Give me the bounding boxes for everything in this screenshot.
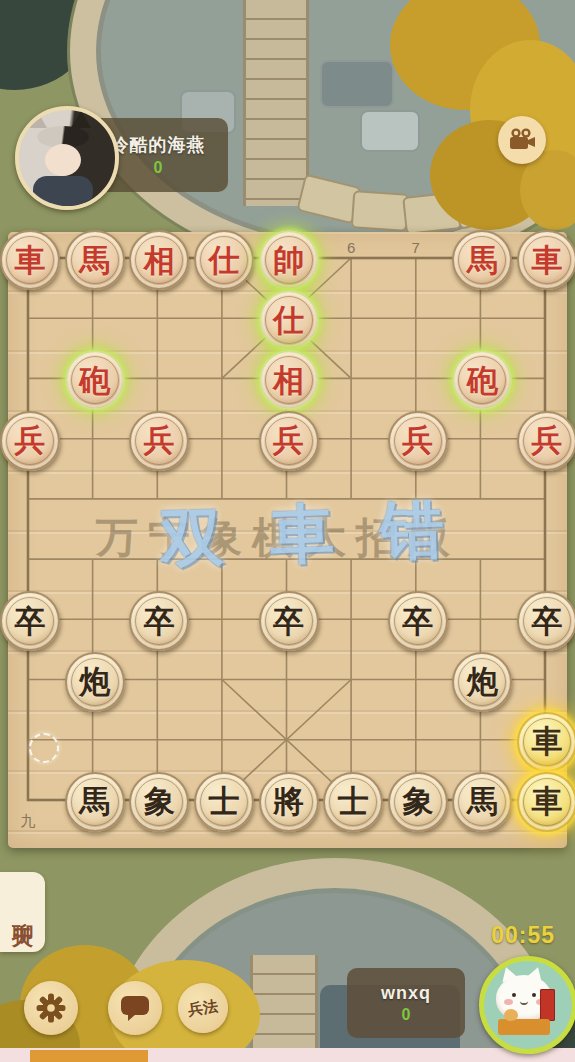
piece-glyph: 仕: [208, 245, 239, 276]
piece-glyph: 卒: [273, 606, 304, 637]
piece-glyph: 象: [144, 786, 175, 817]
piece-glyph: 象: [402, 786, 433, 817]
piece-glyph: 馬: [79, 786, 110, 817]
piece-red-elephant-e2[interactable]: 相: [259, 350, 319, 410]
bottom-player-name: wnxq: [381, 983, 431, 1004]
piece-glyph: 馬: [467, 245, 498, 276]
piece-glyph: 車: [532, 245, 563, 276]
piece-glyph: 兵: [402, 425, 433, 456]
brick-path-bottom: [250, 955, 318, 1062]
piece-black-cannon-b7[interactable]: 炮: [65, 652, 125, 712]
piece-red-horse-b0[interactable]: 馬: [65, 230, 125, 290]
piece-red-soldier-c3[interactable]: 兵: [129, 411, 189, 471]
piece-black-advisor-d9[interactable]: 士: [194, 772, 254, 832]
piece-red-chariot-a0[interactable]: 車: [0, 230, 60, 290]
piece-glyph: 馬: [79, 245, 110, 276]
piece-black-soldier-g6[interactable]: 卒: [388, 591, 448, 651]
avatar-ear: [71, 110, 91, 128]
piece-glyph: 車: [532, 786, 563, 817]
piece-red-elephant-c0[interactable]: 相: [129, 230, 189, 290]
brick-path-top: [243, 0, 309, 206]
cat-base: [498, 1019, 550, 1035]
piece-glyph: 相: [273, 365, 304, 396]
cat-eye: [512, 993, 516, 997]
bottom-strip-accent: [30, 1050, 148, 1062]
file-label-bottom-九: 九: [21, 812, 36, 831]
piece-black-horse-b9[interactable]: 馬: [65, 772, 125, 832]
video-camera-icon: [507, 127, 537, 153]
piece-red-general-e0[interactable]: 帥: [259, 230, 319, 290]
piece-black-chariot-i9[interactable]: 車: [517, 772, 575, 832]
piece-glyph: 卒: [15, 606, 46, 637]
piece-glyph: 砲: [79, 365, 110, 396]
top-player-avatar: [15, 106, 119, 210]
piece-glyph: 將: [273, 786, 304, 817]
chat-bubble-button[interactable]: [108, 981, 162, 1035]
piece-glyph: 兵: [144, 425, 175, 456]
piece-black-soldier-e6[interactable]: 卒: [259, 591, 319, 651]
piece-glyph: 卒: [144, 606, 175, 637]
piece-black-horse-h9[interactable]: 馬: [452, 772, 512, 832]
move-timer: 00:55: [491, 922, 555, 949]
piece-black-elephant-g9[interactable]: 象: [388, 772, 448, 832]
path-stone: [351, 190, 410, 232]
piece-black-soldier-i6[interactable]: 卒: [517, 591, 575, 651]
piece-red-advisor-e1[interactable]: 仕: [259, 290, 319, 350]
chat-side-button[interactable]: 聊天: [0, 872, 45, 952]
bottom-player-score: 0: [402, 1006, 411, 1024]
chat-bubble-icon: [120, 995, 150, 1022]
cat-blush: [504, 999, 513, 1005]
cat-sign: [540, 989, 555, 1021]
bottom-player-plate: wnxq 0: [347, 968, 465, 1038]
piece-black-elephant-c9[interactable]: 象: [129, 772, 189, 832]
file-label-top-6: 6: [347, 239, 355, 256]
piece-glyph: 兵: [532, 425, 563, 456]
avatar-jacket: [33, 176, 93, 206]
xiangqi-board[interactable]: 万宁象棋大招版 双車错 123456789 九八七六五四三二一 車馬相仕帥馬車仕…: [8, 232, 567, 848]
game-screen: 冷酷的海燕 0 万宁象棋大招版 双車错: [0, 0, 575, 1062]
top-player-score: 0: [154, 159, 163, 177]
piece-black-advisor-f9[interactable]: 士: [323, 772, 383, 832]
piece-red-soldier-a3[interactable]: 兵: [0, 411, 60, 471]
avatar-ear: [29, 112, 47, 128]
bottom-player-avatar: [479, 956, 575, 1054]
settings-button[interactable]: [24, 981, 78, 1035]
stone-slab: [360, 110, 420, 152]
piece-black-soldier-a6[interactable]: 卒: [0, 591, 60, 651]
piece-glyph: 兵: [15, 425, 46, 456]
target-reticle: [29, 733, 59, 763]
piece-glyph: 馬: [467, 786, 498, 817]
piece-glyph: 士: [208, 786, 239, 817]
piece-red-chariot-i0[interactable]: 車: [517, 230, 575, 290]
piece-black-cannon-h7[interactable]: 炮: [452, 652, 512, 712]
piece-glyph: 砲: [467, 365, 498, 396]
avatar-face: [45, 144, 81, 176]
piece-red-advisor-d0[interactable]: 仕: [194, 230, 254, 290]
piece-glyph: 車: [532, 726, 563, 757]
watermark-skill-text: 双車错: [159, 484, 492, 582]
piece-red-soldier-e3[interactable]: 兵: [259, 411, 319, 471]
piece-glyph: 卒: [532, 606, 563, 637]
piece-red-soldier-g3[interactable]: 兵: [388, 411, 448, 471]
file-label-top-7: 7: [412, 239, 420, 256]
piece-glyph: 兵: [273, 425, 304, 456]
piece-black-general-e9[interactable]: 將: [259, 772, 319, 832]
piece-red-horse-h0[interactable]: 馬: [452, 230, 512, 290]
piece-glyph: 帥: [273, 245, 304, 276]
piece-glyph: 卒: [402, 606, 433, 637]
gear-icon: [34, 991, 68, 1025]
piece-glyph: 炮: [79, 666, 110, 697]
cat-paw: [504, 1009, 518, 1021]
spectate-camera-button[interactable]: [498, 116, 546, 164]
top-player-name: 冷酷的海燕: [111, 133, 206, 157]
piece-black-chariot-i8[interactable]: 車: [517, 712, 575, 772]
stone-slab: [320, 60, 394, 108]
piece-red-cannon-b2[interactable]: 砲: [65, 350, 125, 410]
piece-glyph: 仕: [273, 305, 304, 336]
piece-glyph: 炮: [467, 666, 498, 697]
piece-red-soldier-i3[interactable]: 兵: [517, 411, 575, 471]
piece-glyph: 車: [15, 245, 46, 276]
piece-glyph: 相: [144, 245, 175, 276]
cat-eye: [532, 993, 536, 997]
piece-glyph: 士: [338, 786, 369, 817]
